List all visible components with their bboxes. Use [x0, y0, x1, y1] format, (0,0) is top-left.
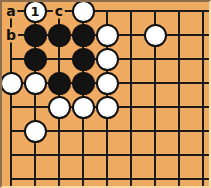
- go-board-diagram: a1cb: [0, 0, 211, 188]
- black-stone: [72, 72, 95, 95]
- intersection-c7-r6[interactable]: [143, 119, 167, 143]
- intersection-c4-r8[interactable]: [71, 167, 95, 188]
- intersection-c4-r2[interactable]: [71, 23, 95, 47]
- black-stone: [24, 48, 47, 71]
- intersection-c5-r6[interactable]: [95, 119, 119, 143]
- white-stone: [0, 72, 23, 95]
- intersection-c5-r7[interactable]: [95, 143, 119, 167]
- intersection-c7-r7[interactable]: [143, 143, 167, 167]
- point-label-a: a: [4, 4, 17, 19]
- intersection-c9-r5[interactable]: [191, 95, 211, 119]
- intersection-c2-r4[interactable]: [23, 71, 47, 95]
- intersection-c8-r7[interactable]: [167, 143, 191, 167]
- intersection-c2-r6[interactable]: [23, 119, 47, 143]
- intersection-c9-r6[interactable]: [191, 119, 211, 143]
- black-stone: [72, 48, 95, 71]
- intersection-c4-r5[interactable]: [71, 95, 95, 119]
- intersection-c4-r4[interactable]: [71, 71, 95, 95]
- intersection-c8-r6[interactable]: [167, 119, 191, 143]
- intersection-c7-r5[interactable]: [143, 95, 167, 119]
- intersection-c9-r2[interactable]: [191, 23, 211, 47]
- intersection-c1-r1[interactable]: a: [0, 0, 23, 23]
- white-stone: [96, 96, 119, 119]
- intersection-c2-r3[interactable]: [23, 47, 47, 71]
- black-stone: [48, 72, 71, 95]
- intersection-c5-r2[interactable]: [95, 23, 119, 47]
- white-stone: [96, 72, 119, 95]
- intersection-c8-r3[interactable]: [167, 47, 191, 71]
- intersection-c5-r3[interactable]: [95, 47, 119, 71]
- white-stone: [24, 72, 47, 95]
- intersection-c9-r1[interactable]: [191, 0, 211, 23]
- intersection-c6-r2[interactable]: [119, 23, 143, 47]
- intersection-c1-r3[interactable]: [0, 47, 23, 71]
- intersection-c7-r2[interactable]: [143, 23, 167, 47]
- intersection-c8-r8[interactable]: [167, 167, 191, 188]
- intersection-c7-r1[interactable]: [143, 0, 167, 23]
- intersection-c8-r4[interactable]: [167, 71, 191, 95]
- intersection-c3-r5[interactable]: [47, 95, 71, 119]
- white-stone: [96, 48, 119, 71]
- intersection-c6-r7[interactable]: [119, 143, 143, 167]
- intersection-c2-r5[interactable]: [23, 95, 47, 119]
- intersection-c3-r3[interactable]: [47, 47, 71, 71]
- intersection-c9-r8[interactable]: [191, 167, 211, 188]
- intersection-c6-r3[interactable]: [119, 47, 143, 71]
- intersection-c1-r4[interactable]: [0, 71, 23, 95]
- white-stone: [72, 96, 95, 119]
- intersection-c8-r1[interactable]: [167, 0, 191, 23]
- intersection-c3-r6[interactable]: [47, 119, 71, 143]
- intersection-c5-r5[interactable]: [95, 95, 119, 119]
- intersection-c3-r4[interactable]: [47, 71, 71, 95]
- intersection-c8-r2[interactable]: [167, 23, 191, 47]
- intersection-c6-r4[interactable]: [119, 71, 143, 95]
- intersection-c6-r6[interactable]: [119, 119, 143, 143]
- black-stone: [48, 24, 71, 47]
- intersection-c9-r3[interactable]: [191, 47, 211, 71]
- intersection-c6-r1[interactable]: [119, 0, 143, 23]
- intersection-c9-r4[interactable]: [191, 71, 211, 95]
- white-stone: 1: [24, 0, 47, 23]
- intersection-c4-r6[interactable]: [71, 119, 95, 143]
- intersection-c7-r3[interactable]: [143, 47, 167, 71]
- intersection-c3-r8[interactable]: [47, 167, 71, 188]
- intersection-c1-r7[interactable]: [0, 143, 23, 167]
- intersection-c7-r4[interactable]: [143, 71, 167, 95]
- intersection-c4-r1[interactable]: [71, 0, 95, 23]
- white-stone: [48, 96, 71, 119]
- intersection-c6-r5[interactable]: [119, 95, 143, 119]
- point-label-b: b: [4, 28, 18, 43]
- intersection-c1-r5[interactable]: [0, 95, 23, 119]
- intersection-c5-r4[interactable]: [95, 71, 119, 95]
- intersection-c2-r8[interactable]: [23, 167, 47, 188]
- intersection-c3-r2[interactable]: [47, 23, 71, 47]
- intersection-c1-r8[interactable]: [0, 167, 23, 188]
- intersection-c2-r7[interactable]: [23, 143, 47, 167]
- black-stone: [24, 24, 47, 47]
- white-stone: [24, 120, 47, 143]
- intersection-c8-r5[interactable]: [167, 95, 191, 119]
- intersection-c5-r8[interactable]: [95, 167, 119, 188]
- move-number: 1: [30, 5, 39, 18]
- intersection-c7-r8[interactable]: [143, 167, 167, 188]
- intersection-c4-r7[interactable]: [71, 143, 95, 167]
- intersection-c2-r2[interactable]: [23, 23, 47, 47]
- point-label-c: c: [53, 4, 65, 19]
- intersection-c4-r3[interactable]: [71, 47, 95, 71]
- intersection-c1-r2[interactable]: b: [0, 23, 23, 47]
- intersection-c3-r1[interactable]: c: [47, 0, 71, 23]
- board-grid: a1cb: [0, 0, 211, 188]
- intersection-c3-r7[interactable]: [47, 143, 71, 167]
- black-stone: [72, 24, 95, 47]
- white-stone: [144, 24, 167, 47]
- white-stone: [72, 0, 95, 23]
- intersection-c2-r1[interactable]: 1: [23, 0, 47, 23]
- intersection-c9-r7[interactable]: [191, 143, 211, 167]
- intersection-c6-r8[interactable]: [119, 167, 143, 188]
- white-stone: [96, 24, 119, 47]
- intersection-c1-r6[interactable]: [0, 119, 23, 143]
- intersection-c5-r1[interactable]: [95, 0, 119, 23]
